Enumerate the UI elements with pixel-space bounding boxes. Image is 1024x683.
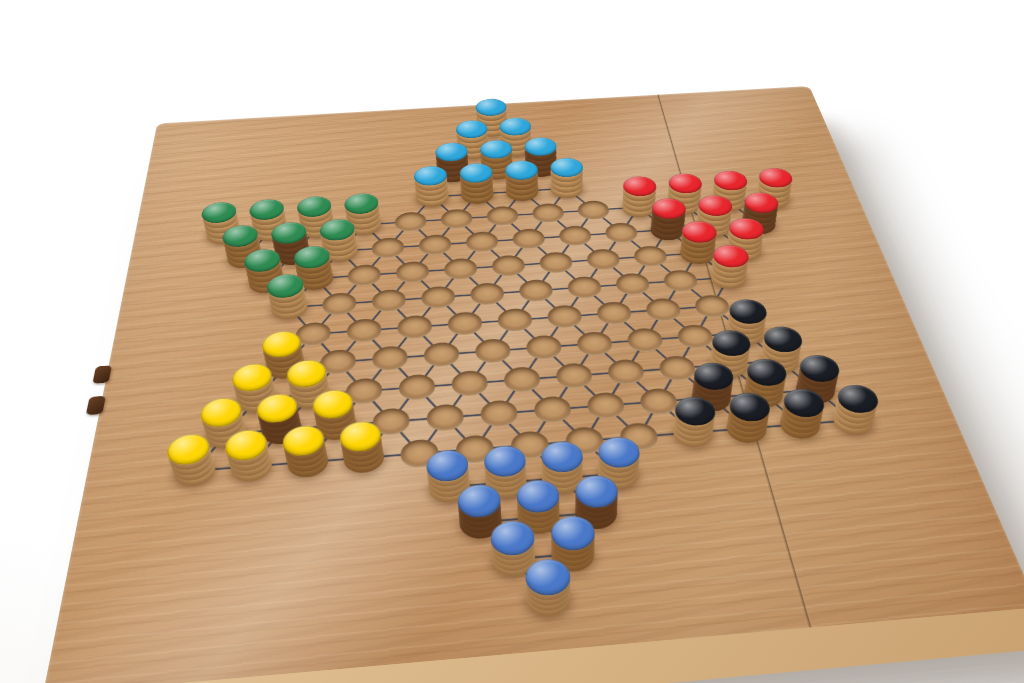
peg-cyan-r3c3[interactable] (549, 178, 584, 199)
peg-blue-r16c0[interactable] (524, 579, 572, 618)
photo-canvas (0, 0, 1024, 683)
board (43, 86, 1024, 683)
peg-cyan-r3c1[interactable] (460, 183, 494, 204)
peg-cyan-r3c2[interactable] (505, 181, 540, 202)
scene (0, 0, 1024, 683)
